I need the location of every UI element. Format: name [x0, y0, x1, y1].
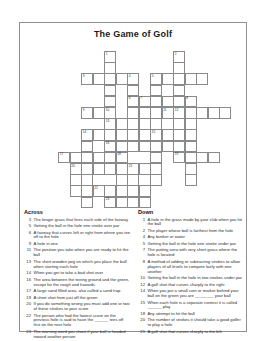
grid-cell[interactable]: 13 — [104, 118, 116, 130]
clue-item-text: The putting area with very short grass w… — [148, 248, 246, 258]
clue-item-number: 20 — [137, 318, 148, 328]
clue-number: 16 — [106, 142, 110, 145]
grid-cell[interactable] — [81, 152, 93, 164]
grid-cell[interactable]: 3 — [81, 73, 93, 85]
grid-cell[interactable]: 22 — [93, 185, 105, 197]
grid-cell[interactable] — [81, 174, 93, 186]
clue-item-number: 15 — [137, 301, 148, 311]
clue-item-number: 21 — [137, 330, 148, 335]
clue-item: 6A fairway that curves left or right fro… — [23, 231, 131, 241]
grid-cell[interactable]: 11 — [162, 107, 174, 119]
clue-item-number: 20 — [23, 302, 34, 312]
clue-item-number: 12 — [137, 283, 148, 288]
clue-item-text: A golf shot that curves sharply to the l… — [148, 330, 246, 335]
grid-cell[interactable] — [162, 73, 174, 85]
grid-cell[interactable] — [185, 73, 197, 85]
clue-item-text: A method of adding or subtracting stroke… — [148, 260, 246, 275]
clue-item: 8A method of adding or subtracting strok… — [137, 260, 245, 275]
grid-cell[interactable] — [93, 107, 105, 119]
grid-cell[interactable] — [139, 129, 151, 141]
grid-cell[interactable]: 10 — [104, 107, 116, 119]
clue-item-text: Getting the ball in the hole one stroke … — [34, 224, 132, 229]
grid-cell[interactable] — [162, 141, 174, 153]
grid-cell[interactable] — [104, 85, 116, 97]
grid-cell[interactable] — [139, 163, 151, 175]
clue-item-number: 16 — [23, 278, 34, 288]
grid-cell[interactable] — [173, 118, 185, 130]
grid-cell[interactable] — [93, 73, 105, 85]
grid-cell[interactable] — [116, 185, 128, 197]
clue-item: 19A short shot from just off the green — [23, 296, 131, 301]
clue-number: 6 — [129, 97, 131, 100]
grid-cell[interactable] — [81, 141, 93, 153]
clue-item-text: The player whose ball is farthest from t… — [148, 229, 246, 234]
grid-cell[interactable] — [150, 96, 162, 108]
clue-item-text: The short wooden peg on which you place … — [34, 260, 132, 270]
clue-item: 10Getting the ball in the hole in two st… — [137, 276, 245, 281]
down-heading: Down — [138, 209, 245, 215]
clue-number: 15 — [152, 131, 156, 134]
grid-cell[interactable]: 5 — [150, 73, 162, 85]
grid-cell[interactable] — [173, 85, 185, 97]
clue-item-text: The warning word you shout if your ball … — [34, 330, 132, 340]
grid-cell[interactable] — [150, 107, 162, 119]
clue-item: 18Any attempt to hit the ball — [137, 312, 245, 317]
grid-cell[interactable] — [196, 107, 208, 119]
grid-cell[interactable] — [196, 152, 208, 164]
grid-cell[interactable] — [127, 174, 139, 186]
grid-cell[interactable] — [185, 141, 197, 153]
clue-item: 22The person who had the lowest score on… — [23, 314, 131, 329]
clue-item: 13The short wooden peg on which you plac… — [23, 260, 131, 270]
clue-item-number: 7 — [137, 248, 148, 258]
clue-item-number: 14 — [23, 271, 34, 276]
grid-cell[interactable] — [219, 107, 231, 119]
grid-cell[interactable] — [127, 141, 139, 153]
clue-section: Across 3The longer grass that lines each… — [23, 209, 245, 341]
clue-item: 14When you put a small coin or marker be… — [137, 289, 245, 299]
grid-cell[interactable]: 17 — [58, 152, 70, 164]
grid-cell[interactable] — [116, 73, 128, 85]
grid-cell[interactable]: 6 — [127, 96, 139, 108]
clue-item-number: 10 — [137, 276, 148, 281]
clue-number: 23 — [106, 198, 110, 201]
clue-item: 7The putting area with very short grass … — [137, 248, 245, 258]
grid-cell[interactable]: 4 — [127, 73, 139, 85]
grid-cell[interactable]: 19 — [173, 152, 185, 164]
grid-cell[interactable]: 7 — [139, 96, 151, 108]
grid-cell[interactable] — [127, 129, 139, 141]
clue-item-number: 5 — [137, 242, 148, 247]
grid-cell[interactable]: 23 — [104, 197, 116, 209]
grid-cell[interactable] — [104, 163, 116, 175]
grid-cell[interactable] — [93, 163, 105, 175]
clue-item-number: 8 — [137, 260, 148, 275]
clue-item-text: A large sand filled area, also called a … — [34, 289, 132, 294]
clue-item: 17A large sand filled area, also called … — [23, 289, 131, 294]
grid-cell[interactable]: 1 — [104, 51, 116, 63]
clue-number: 14 — [83, 131, 87, 134]
clue-item-text: When you put a small coin or marker behi… — [148, 289, 246, 299]
grid-cell[interactable] — [116, 141, 128, 153]
grid-cell[interactable] — [185, 152, 197, 164]
clue-item-text: A hole in the grass made by your club wh… — [148, 218, 246, 228]
crossword-grid: 1234567891011121314151617181920212223 — [58, 51, 231, 208]
grid-cell[interactable] — [81, 185, 93, 197]
grid-cell[interactable] — [173, 73, 185, 85]
down-clue-list: 1A hole in the grass made by your club w… — [137, 218, 245, 335]
clue-item-text: When you get to take a bad shot over — [34, 271, 132, 276]
grid-cell[interactable] — [173, 129, 185, 141]
clue-number: 10 — [106, 109, 110, 112]
grid-cell[interactable] — [208, 152, 220, 164]
grid-cell[interactable]: 15 — [150, 129, 162, 141]
grid-cell[interactable] — [150, 118, 162, 130]
grid-cell[interactable] — [116, 163, 128, 175]
clue-item-text: The area between the teeing ground and t… — [34, 278, 132, 288]
grid-cell[interactable] — [127, 107, 139, 119]
grid-cell[interactable] — [139, 141, 151, 153]
across-clues-column: Across 3The longer grass that lines each… — [23, 209, 131, 341]
clue-number: 13 — [106, 120, 110, 123]
clue-number: 21 — [129, 165, 133, 168]
grid-cell[interactable] — [173, 62, 185, 74]
grid-cell[interactable] — [150, 174, 162, 186]
clue-item-number: 17 — [23, 289, 34, 294]
clue-number: 22 — [94, 187, 98, 190]
grid-cell[interactable] — [173, 96, 185, 108]
grid-cell[interactable] — [196, 73, 208, 85]
clue-number: 2 — [175, 53, 177, 56]
clue-number: 1 — [106, 53, 108, 56]
grid-cell[interactable] — [127, 197, 139, 209]
clue-item-number: 22 — [23, 314, 34, 329]
grid-cell[interactable]: 21 — [127, 163, 139, 175]
clue-item-text: Any bunker or water — [148, 235, 246, 240]
clue-item-number: 4 — [137, 235, 148, 240]
grid-cell[interactable]: 16 — [104, 141, 116, 153]
clue-number: 12 — [175, 109, 179, 112]
clue-item: 14When you get to take a bad shot over — [23, 271, 131, 276]
clue-item-text: The position you take when you are ready… — [34, 248, 132, 258]
grid-cell[interactable] — [127, 185, 139, 197]
clue-item-number: 5 — [23, 224, 34, 229]
clue-item-text: The person who had the lowest score on t… — [34, 314, 132, 329]
grid-cell[interactable] — [208, 107, 220, 119]
across-clue-list: 3The longer grass that lines each side o… — [23, 218, 131, 340]
grid-cell[interactable] — [185, 163, 197, 175]
page-border: The Game of Golf 12345678910111213141516… — [19, 22, 247, 332]
clue-number: 19 — [175, 153, 179, 156]
grid-cell[interactable] — [104, 129, 116, 141]
grid-cell[interactable] — [139, 118, 151, 130]
grid-cell[interactable]: 14 — [81, 129, 93, 141]
down-clues-column: Down 1A hole in the grass made by your c… — [137, 209, 245, 341]
clue-item-number: 6 — [23, 231, 34, 241]
grid-cell[interactable] — [70, 174, 82, 186]
clue-item: 11The position you take when you are rea… — [23, 248, 131, 258]
clue-item-number: 11 — [23, 248, 34, 258]
clue-number: 18 — [117, 153, 121, 156]
clue-item-text: When each hole is a separate contest it … — [148, 301, 246, 311]
clue-number: 11 — [163, 109, 166, 112]
grid-cell[interactable] — [81, 163, 93, 175]
grid-cell[interactable] — [139, 185, 151, 197]
clue-number: 8 — [186, 97, 188, 100]
grid-cell[interactable] — [93, 152, 105, 164]
grid-cell[interactable] — [162, 129, 174, 141]
clue-item: 21A golf shot that curves sharply to the… — [137, 330, 245, 335]
clue-item-number: 1 — [137, 218, 148, 228]
across-heading: Across — [24, 209, 131, 215]
clue-number: 20 — [71, 165, 75, 168]
clue-number: 4 — [129, 75, 131, 78]
clue-item-text: Getting the ball in the hole in two stro… — [148, 276, 246, 281]
grid-cell[interactable]: 12 — [173, 107, 185, 119]
clue-item: 9A hole in one — [23, 242, 131, 247]
clue-item: 3The longer grass that lines each side o… — [23, 218, 131, 223]
grid-cell[interactable] — [162, 96, 174, 108]
grid-cell[interactable] — [185, 174, 197, 186]
clue-item-text: A short shot from just off the green — [34, 296, 132, 301]
clue-item: 16The area between the teeing ground and… — [23, 278, 131, 288]
clue-item: 1A hole in the grass made by your club w… — [137, 218, 245, 228]
puzzle-page: The Game of Golf 12345678910111213141516… — [0, 0, 264, 341]
grid-cell[interactable] — [70, 152, 82, 164]
grid-cell[interactable]: 9 — [81, 107, 93, 119]
clue-item: 15When each hole is a separate contest i… — [137, 301, 245, 311]
grid-cell[interactable] — [185, 129, 197, 141]
clue-item-number: 14 — [137, 289, 148, 299]
clue-item-text: A hole in one — [34, 242, 132, 247]
clue-item-text: A golf shot that curves sharply to the r… — [148, 283, 246, 288]
grid-cell[interactable] — [104, 62, 116, 74]
grid-cell[interactable] — [93, 129, 105, 141]
clue-item: 12A golf shot that curves sharply to the… — [137, 283, 245, 288]
grid-cell[interactable] — [116, 118, 128, 130]
clue-item-number: 18 — [137, 312, 148, 317]
grid-cell[interactable] — [116, 197, 128, 209]
grid-cell[interactable] — [127, 118, 139, 130]
grid-cell[interactable] — [127, 85, 139, 97]
clue-number: 5 — [152, 75, 154, 78]
clue-item: 20If you do something wrong you must add… — [23, 302, 131, 312]
grid-cell[interactable] — [139, 107, 151, 119]
grid-cell[interactable] — [104, 73, 116, 85]
grid-cell[interactable]: 2 — [173, 51, 185, 63]
clue-number: 17 — [60, 153, 64, 156]
clue-item-number: 3 — [23, 218, 34, 223]
grid-cell[interactable] — [104, 152, 116, 164]
grid-cell[interactable] — [173, 141, 185, 153]
clue-item-text: A fairway that curves left or right from… — [34, 231, 132, 241]
grid-cell[interactable] — [150, 141, 162, 153]
clue-item-text: Any attempt to hit the ball — [148, 312, 246, 317]
clue-item-number: 13 — [23, 260, 34, 270]
clue-item-number: 23 — [23, 330, 34, 340]
clue-item-text: The longer grass that lines each side of… — [34, 218, 132, 223]
clue-number: 9 — [83, 109, 85, 112]
grid-cell[interactable] — [150, 85, 162, 97]
grid-cell[interactable] — [185, 118, 197, 130]
grid-cell[interactable]: 8 — [185, 96, 197, 108]
clue-item: 23The warning word you shout if your bal… — [23, 330, 131, 340]
clue-item-number: 19 — [23, 296, 34, 301]
puzzle-title: The Game of Golf — [20, 29, 246, 39]
grid-cell[interactable] — [150, 163, 162, 175]
clue-item-number: 9 — [23, 242, 34, 247]
clue-item: 5Getting the ball in the hole one stroke… — [137, 242, 245, 247]
grid-cell[interactable] — [139, 197, 151, 209]
grid-cell[interactable] — [116, 174, 128, 186]
grid-cell[interactable] — [150, 152, 162, 164]
grid-cell[interactable] — [104, 96, 116, 108]
clue-number: 3 — [83, 75, 85, 78]
clue-item-text: The number of strokes it should take a g… — [148, 318, 246, 328]
clue-item-text: If you do something wrong you must add o… — [34, 302, 132, 312]
clue-item: 2The player whose ball is farthest from … — [137, 229, 245, 234]
grid-cell[interactable] — [104, 185, 116, 197]
grid-cell[interactable] — [116, 129, 128, 141]
clue-item: 20The number of strokes it should take a… — [137, 318, 245, 328]
clue-number: 7 — [140, 97, 142, 100]
grid-cell[interactable] — [81, 197, 93, 209]
grid-cell[interactable]: 20 — [70, 163, 82, 175]
clue-item: 5Getting the ball in the hole one stroke… — [23, 224, 131, 229]
clue-item: 4Any bunker or water — [137, 235, 245, 240]
grid-cell[interactable] — [185, 107, 197, 119]
grid-cell[interactable] — [70, 185, 82, 197]
clue-item-number: 2 — [137, 229, 148, 234]
clue-item-text: Getting the ball in the hole one stroke … — [148, 242, 246, 247]
grid-cell[interactable]: 18 — [116, 152, 128, 164]
